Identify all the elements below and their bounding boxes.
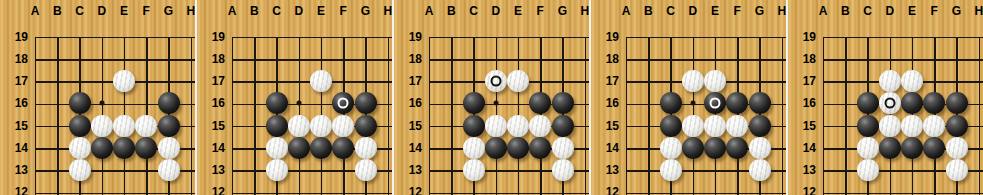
black-stone-C15 [69, 115, 91, 137]
column-label-A: A [819, 4, 828, 18]
row-label-19: 19 [591, 30, 619, 44]
row-label-13: 13 [394, 163, 422, 177]
row-label-19: 19 [394, 30, 422, 44]
black-stone-G15 [749, 115, 771, 137]
black-stone-C15 [660, 115, 682, 137]
white-stone-C13 [266, 159, 288, 181]
black-stone-G15 [158, 115, 180, 137]
white-stone-D15 [288, 115, 310, 137]
white-stone-C13 [857, 159, 879, 181]
column-label-B: B [644, 4, 653, 18]
column-label-E: E [514, 4, 522, 18]
column-label-C: C [469, 4, 478, 18]
black-stone-G16 [552, 92, 574, 114]
black-stone-C16 [69, 92, 91, 114]
white-stone-E17 [113, 70, 135, 92]
white-stone-C13 [660, 159, 682, 181]
black-stone-D14 [485, 137, 507, 159]
black-stone-E14 [901, 137, 923, 159]
white-stone-D17 [879, 70, 901, 92]
black-stone-E16 [901, 92, 923, 114]
row-label-13: 13 [197, 163, 225, 177]
white-stone-D15 [682, 115, 704, 137]
black-stone-C16 [266, 92, 288, 114]
row-label-12: 12 [788, 185, 816, 195]
row-label-16: 16 [591, 96, 619, 110]
go-board-diagram-1: ABCDEFGH1918171615141312 [0, 0, 195, 195]
row-label-17: 17 [394, 74, 422, 88]
row-label-12: 12 [0, 185, 28, 195]
black-stone-F14 [529, 137, 551, 159]
black-stone-E14 [507, 137, 529, 159]
white-stone-G14 [355, 137, 377, 159]
column-label-E: E [908, 4, 916, 18]
go-board-diagram-4: ABCDEFGH1918171615141312 [591, 0, 786, 195]
row-label-14: 14 [197, 141, 225, 155]
column-label-D: D [97, 4, 106, 18]
white-stone-C13 [69, 159, 91, 181]
row-label-12: 12 [394, 185, 422, 195]
row-label-19: 19 [197, 30, 225, 44]
row-label-12: 12 [197, 185, 225, 195]
column-label-E: E [120, 4, 128, 18]
white-stone-F15 [923, 115, 945, 137]
black-stone-C16 [857, 92, 879, 114]
column-label-A: A [622, 4, 631, 18]
column-label-D: D [294, 4, 303, 18]
white-stone-G13 [749, 159, 771, 181]
column-label-D: D [885, 4, 894, 18]
row-label-16: 16 [394, 96, 422, 110]
row-label-13: 13 [788, 163, 816, 177]
row-label-15: 15 [394, 119, 422, 133]
row-label-18: 18 [788, 52, 816, 66]
column-label-A: A [425, 4, 434, 18]
column-label-A: A [228, 4, 237, 18]
black-stone-D14 [91, 137, 113, 159]
last-move-marker [490, 76, 501, 87]
black-stone-C16 [660, 92, 682, 114]
white-stone-D16 [879, 92, 901, 114]
row-label-15: 15 [788, 119, 816, 133]
row-label-18: 18 [197, 52, 225, 66]
row-label-13: 13 [591, 163, 619, 177]
white-stone-D15 [879, 115, 901, 137]
white-stone-F15 [332, 115, 354, 137]
row-label-17: 17 [591, 74, 619, 88]
white-stone-E17 [507, 70, 529, 92]
last-move-marker [884, 98, 895, 109]
black-stone-C15 [463, 115, 485, 137]
white-stone-D17 [485, 70, 507, 92]
go-board-diagram-2: ABCDEFGH1918171615141312 [197, 0, 392, 195]
white-stone-G13 [552, 159, 574, 181]
black-stone-F16 [923, 92, 945, 114]
black-stone-G16 [355, 92, 377, 114]
white-stone-C14 [857, 137, 879, 159]
white-stone-G14 [749, 137, 771, 159]
column-label-C: C [75, 4, 84, 18]
column-label-B: B [841, 4, 850, 18]
black-stone-E14 [310, 137, 332, 159]
row-label-18: 18 [0, 52, 28, 66]
column-label-F: F [734, 4, 741, 18]
white-stone-E17 [901, 70, 923, 92]
row-label-13: 13 [0, 163, 28, 177]
column-label-D: D [491, 4, 500, 18]
white-stone-C13 [463, 159, 485, 181]
black-stone-G15 [946, 115, 968, 137]
black-stone-F14 [135, 137, 157, 159]
black-stone-F16 [726, 92, 748, 114]
black-stone-C15 [266, 115, 288, 137]
white-stone-G14 [946, 137, 968, 159]
last-move-marker [338, 98, 349, 109]
white-stone-E15 [507, 115, 529, 137]
black-stone-E14 [704, 137, 726, 159]
white-stone-G14 [552, 137, 574, 159]
row-label-14: 14 [788, 141, 816, 155]
row-label-15: 15 [591, 119, 619, 133]
row-label-17: 17 [0, 74, 28, 88]
star-point-D16 [296, 101, 301, 106]
black-stone-F14 [923, 137, 945, 159]
column-label-H: H [974, 4, 983, 18]
white-stone-F15 [726, 115, 748, 137]
row-label-15: 15 [197, 119, 225, 133]
white-stone-E17 [704, 70, 726, 92]
row-label-16: 16 [0, 96, 28, 110]
white-stone-E15 [310, 115, 332, 137]
column-label-B: B [250, 4, 259, 18]
column-label-G: G [558, 4, 567, 18]
white-stone-C14 [463, 137, 485, 159]
black-stone-C16 [463, 92, 485, 114]
row-label-16: 16 [788, 96, 816, 110]
row-label-14: 14 [394, 141, 422, 155]
last-move-marker [710, 98, 721, 109]
column-label-C: C [863, 4, 872, 18]
column-label-C: C [272, 4, 281, 18]
star-point-D16 [493, 101, 498, 106]
column-label-B: B [447, 4, 456, 18]
white-stone-G13 [946, 159, 968, 181]
black-stone-F14 [332, 137, 354, 159]
row-label-12: 12 [591, 185, 619, 195]
go-diagram-strip: ABCDEFGH1918171615141312ABCDEFGH19181716… [0, 0, 983, 195]
black-stone-E16 [704, 92, 726, 114]
white-stone-E15 [113, 115, 135, 137]
column-label-G: G [755, 4, 764, 18]
black-stone-D14 [682, 137, 704, 159]
column-label-C: C [666, 4, 675, 18]
black-stone-F16 [332, 92, 354, 114]
black-stone-D14 [879, 137, 901, 159]
black-stone-G16 [749, 92, 771, 114]
row-label-16: 16 [197, 96, 225, 110]
row-label-17: 17 [197, 74, 225, 88]
column-label-F: F [143, 4, 150, 18]
column-label-H: H [580, 4, 589, 18]
row-label-19: 19 [788, 30, 816, 44]
white-stone-G14 [158, 137, 180, 159]
row-label-14: 14 [591, 141, 619, 155]
column-label-G: G [952, 4, 961, 18]
column-label-H: H [383, 4, 392, 18]
black-stone-D14 [288, 137, 310, 159]
white-stone-G13 [158, 159, 180, 181]
white-stone-G13 [355, 159, 377, 181]
column-label-B: B [53, 4, 62, 18]
star-point-D16 [99, 101, 104, 106]
white-stone-E17 [310, 70, 332, 92]
row-label-18: 18 [394, 52, 422, 66]
column-label-D: D [688, 4, 697, 18]
column-label-A: A [31, 4, 40, 18]
go-board-diagram-3: ABCDEFGH1918171615141312 [394, 0, 589, 195]
column-label-F: F [931, 4, 938, 18]
row-label-17: 17 [788, 74, 816, 88]
white-stone-F15 [135, 115, 157, 137]
white-stone-C14 [69, 137, 91, 159]
black-stone-F14 [726, 137, 748, 159]
black-stone-G16 [158, 92, 180, 114]
white-stone-C14 [266, 137, 288, 159]
white-stone-E15 [704, 115, 726, 137]
column-label-H: H [186, 4, 195, 18]
column-label-E: E [711, 4, 719, 18]
white-stone-F15 [529, 115, 551, 137]
white-stone-C14 [660, 137, 682, 159]
black-stone-E14 [113, 137, 135, 159]
column-label-H: H [777, 4, 786, 18]
row-label-19: 19 [0, 30, 28, 44]
column-label-E: E [317, 4, 325, 18]
row-label-14: 14 [0, 141, 28, 155]
row-label-15: 15 [0, 119, 28, 133]
white-stone-D17 [682, 70, 704, 92]
column-label-F: F [340, 4, 347, 18]
white-stone-D15 [485, 115, 507, 137]
white-stone-D15 [91, 115, 113, 137]
column-label-G: G [361, 4, 370, 18]
column-label-G: G [164, 4, 173, 18]
black-stone-F16 [529, 92, 551, 114]
black-stone-C15 [857, 115, 879, 137]
go-board-diagram-5: ABCDEFGH1918171615141312 [788, 0, 983, 195]
column-label-F: F [537, 4, 544, 18]
black-stone-G16 [946, 92, 968, 114]
star-point-D16 [690, 101, 695, 106]
black-stone-G15 [552, 115, 574, 137]
white-stone-E15 [901, 115, 923, 137]
row-label-18: 18 [591, 52, 619, 66]
black-stone-G15 [355, 115, 377, 137]
